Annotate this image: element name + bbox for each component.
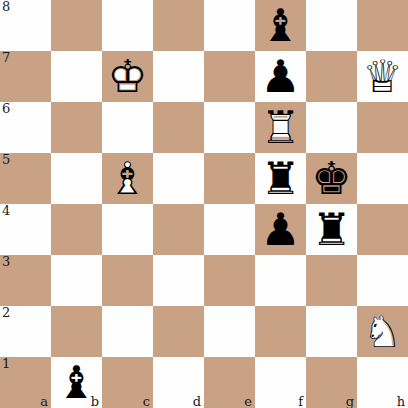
- square-g1[interactable]: g: [306, 357, 357, 408]
- file-label-f: f: [298, 394, 303, 408]
- square-g3[interactable]: [306, 255, 357, 306]
- square-g4[interactable]: ♜: [306, 204, 357, 255]
- square-e7[interactable]: [204, 51, 255, 102]
- square-e2[interactable]: [204, 306, 255, 357]
- file-label-e: e: [244, 394, 252, 408]
- square-h3[interactable]: [357, 255, 408, 306]
- piece-black-pawn[interactable]: ♟: [255, 51, 306, 102]
- piece-black-rook[interactable]: ♜: [255, 153, 306, 204]
- rank-label-2: 2: [2, 305, 10, 320]
- piece-black-rook[interactable]: ♜: [306, 204, 357, 255]
- square-a6[interactable]: 6: [0, 102, 51, 153]
- chess-board: 8♝7♚♔♟♛♕6♜♖5♝♗♜♚4♟♜32♞♘1ab♝cdefgh: [0, 0, 408, 408]
- rank-label-7: 7: [2, 50, 10, 65]
- piece-white-bishop[interactable]: ♝♗: [102, 153, 153, 204]
- square-h7[interactable]: ♛♕: [357, 51, 408, 102]
- white-king-icon: ♔: [102, 51, 153, 102]
- black-pawn-icon: ♟: [255, 51, 306, 102]
- file-label-a: a: [40, 394, 48, 408]
- square-g8[interactable]: [306, 0, 357, 51]
- square-f4[interactable]: ♟: [255, 204, 306, 255]
- file-label-h: h: [397, 394, 405, 408]
- black-rook-icon: ♜: [306, 204, 357, 255]
- piece-black-king[interactable]: ♚: [306, 153, 357, 204]
- square-d6[interactable]: [153, 102, 204, 153]
- piece-white-king[interactable]: ♚♔: [102, 51, 153, 102]
- square-b4[interactable]: [51, 204, 102, 255]
- square-h5[interactable]: [357, 153, 408, 204]
- square-a4[interactable]: 4: [0, 204, 51, 255]
- square-f7[interactable]: ♟: [255, 51, 306, 102]
- rank-label-4: 4: [2, 203, 10, 218]
- square-f6[interactable]: ♜♖: [255, 102, 306, 153]
- black-king-icon: ♚: [306, 153, 357, 204]
- square-d7[interactable]: [153, 51, 204, 102]
- square-h6[interactable]: [357, 102, 408, 153]
- black-rook-icon: ♜: [255, 153, 306, 204]
- square-b1[interactable]: b♝: [51, 357, 102, 408]
- square-b7[interactable]: [51, 51, 102, 102]
- square-c8[interactable]: [102, 0, 153, 51]
- square-f8[interactable]: ♝: [255, 0, 306, 51]
- black-pawn-icon: ♟: [255, 204, 306, 255]
- white-rook-icon: ♖: [255, 102, 306, 153]
- black-bishop-icon: ♝: [255, 0, 306, 51]
- square-c5[interactable]: ♝♗: [102, 153, 153, 204]
- square-a1[interactable]: 1a: [0, 357, 51, 408]
- piece-black-pawn[interactable]: ♟: [255, 204, 306, 255]
- square-h4[interactable]: [357, 204, 408, 255]
- square-f3[interactable]: [255, 255, 306, 306]
- square-c6[interactable]: [102, 102, 153, 153]
- square-c1[interactable]: c: [102, 357, 153, 408]
- rank-label-8: 8: [2, 0, 10, 14]
- square-c7[interactable]: ♚♔: [102, 51, 153, 102]
- square-c4[interactable]: [102, 204, 153, 255]
- square-d3[interactable]: [153, 255, 204, 306]
- file-label-g: g: [346, 394, 354, 408]
- square-e4[interactable]: [204, 204, 255, 255]
- square-d4[interactable]: [153, 204, 204, 255]
- square-a7[interactable]: 7: [0, 51, 51, 102]
- file-label-c: c: [143, 394, 150, 408]
- square-h2[interactable]: ♞♘: [357, 306, 408, 357]
- white-bishop-icon: ♗: [102, 153, 153, 204]
- square-a2[interactable]: 2: [0, 306, 51, 357]
- square-d8[interactable]: [153, 0, 204, 51]
- square-b2[interactable]: [51, 306, 102, 357]
- rank-label-3: 3: [2, 254, 10, 269]
- square-d2[interactable]: [153, 306, 204, 357]
- square-e1[interactable]: e: [204, 357, 255, 408]
- square-a8[interactable]: 8: [0, 0, 51, 51]
- piece-black-bishop[interactable]: ♝: [255, 0, 306, 51]
- square-g7[interactable]: [306, 51, 357, 102]
- square-g6[interactable]: [306, 102, 357, 153]
- square-h1[interactable]: h: [357, 357, 408, 408]
- square-h8[interactable]: [357, 0, 408, 51]
- square-d1[interactable]: d: [153, 357, 204, 408]
- white-queen-icon: ♕: [357, 51, 408, 102]
- square-c2[interactable]: [102, 306, 153, 357]
- square-e5[interactable]: [204, 153, 255, 204]
- piece-black-bishop[interactable]: ♝: [51, 357, 102, 408]
- rank-label-1: 1: [2, 356, 10, 371]
- square-d5[interactable]: [153, 153, 204, 204]
- square-a3[interactable]: 3: [0, 255, 51, 306]
- square-e3[interactable]: [204, 255, 255, 306]
- square-c3[interactable]: [102, 255, 153, 306]
- piece-white-rook[interactable]: ♜♖: [255, 102, 306, 153]
- rank-label-6: 6: [2, 101, 10, 116]
- square-b8[interactable]: [51, 0, 102, 51]
- square-g5[interactable]: ♚: [306, 153, 357, 204]
- piece-white-knight[interactable]: ♞♘: [357, 306, 408, 357]
- square-f1[interactable]: f: [255, 357, 306, 408]
- square-g2[interactable]: [306, 306, 357, 357]
- square-b6[interactable]: [51, 102, 102, 153]
- square-e8[interactable]: [204, 0, 255, 51]
- square-e6[interactable]: [204, 102, 255, 153]
- square-f5[interactable]: ♜: [255, 153, 306, 204]
- square-f2[interactable]: [255, 306, 306, 357]
- rank-label-5: 5: [2, 152, 10, 167]
- file-label-d: d: [193, 394, 201, 408]
- square-b3[interactable]: [51, 255, 102, 306]
- piece-white-queen[interactable]: ♛♕: [357, 51, 408, 102]
- black-bishop-icon: ♝: [51, 357, 102, 408]
- square-b5[interactable]: [51, 153, 102, 204]
- white-knight-icon: ♘: [357, 306, 408, 357]
- square-a5[interactable]: 5: [0, 153, 51, 204]
